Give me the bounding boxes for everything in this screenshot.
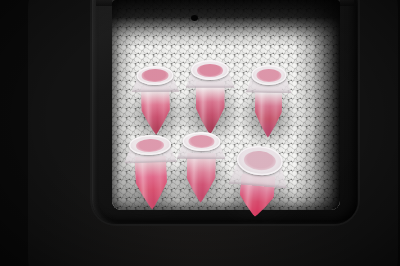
cap-top bbox=[251, 65, 287, 86]
cap-inner-tint bbox=[197, 64, 224, 77]
photo-ice-bucket-with-tubes bbox=[0, 0, 400, 266]
tubes-layer bbox=[0, 0, 400, 266]
cap-inner-tint bbox=[135, 138, 164, 152]
tube-top-right bbox=[244, 65, 292, 140]
cap-inner-tint bbox=[188, 135, 215, 148]
cap-inner-tint bbox=[256, 68, 281, 82]
cap-inner-tint bbox=[142, 69, 168, 82]
cap-top bbox=[191, 60, 229, 80]
tube-top-middle bbox=[185, 60, 235, 136]
tube-top-left bbox=[130, 66, 180, 137]
tube-bottom-right bbox=[225, 144, 291, 221]
cap-inner-tint bbox=[243, 150, 276, 172]
